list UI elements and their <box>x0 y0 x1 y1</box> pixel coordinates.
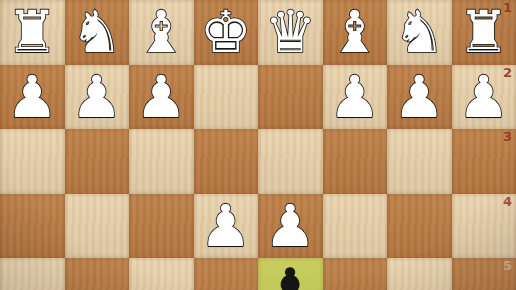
board-grid: ♜♞♝♚♛♝♞♜1♟♟♟♟♟♟23♟♟4♟5 <box>0 0 516 290</box>
piece-white-pawn[interactable]: ♟ <box>129 65 194 130</box>
square-f3[interactable] <box>129 129 194 194</box>
square-d3[interactable] <box>258 129 323 194</box>
square-g2[interactable]: ♟ <box>65 65 130 130</box>
piece-white-pawn[interactable]: ♟ <box>194 194 259 259</box>
square-d1[interactable]: ♛ <box>258 0 323 65</box>
square-h4[interactable] <box>0 194 65 259</box>
square-b2[interactable]: ♟ <box>387 65 452 130</box>
square-b4[interactable] <box>387 194 452 259</box>
square-g3[interactable] <box>65 129 130 194</box>
square-g4[interactable] <box>65 194 130 259</box>
square-c2[interactable]: ♟ <box>323 65 388 130</box>
square-d2[interactable] <box>258 65 323 130</box>
piece-white-queen[interactable]: ♛ <box>258 0 323 65</box>
piece-white-bishop[interactable]: ♝ <box>129 0 194 65</box>
square-c5[interactable] <box>323 258 388 290</box>
square-b5[interactable] <box>387 258 452 290</box>
chessboard: ♜♞♝♚♛♝♞♜1♟♟♟♟♟♟23♟♟4♟5 <box>0 0 516 290</box>
piece-white-pawn[interactable]: ♟ <box>65 65 130 130</box>
piece-white-rook[interactable]: ♜ <box>0 0 65 65</box>
square-e5[interactable] <box>194 258 259 290</box>
piece-black-pawn[interactable]: ♟ <box>258 258 323 290</box>
square-a1[interactable]: ♜1 <box>452 0 516 65</box>
rank-label-1: 1 <box>503 1 512 14</box>
square-f5[interactable] <box>129 258 194 290</box>
square-d4[interactable]: ♟ <box>258 194 323 259</box>
piece-white-pawn[interactable]: ♟ <box>387 65 452 130</box>
square-e1[interactable]: ♚ <box>194 0 259 65</box>
square-c4[interactable] <box>323 194 388 259</box>
square-c3[interactable] <box>323 129 388 194</box>
square-c1[interactable]: ♝ <box>323 0 388 65</box>
square-g1[interactable]: ♞ <box>65 0 130 65</box>
piece-white-pawn[interactable]: ♟ <box>258 194 323 259</box>
rank-label-3: 3 <box>503 130 512 143</box>
square-a2[interactable]: ♟2 <box>452 65 516 130</box>
rank-label-2: 2 <box>503 66 512 79</box>
square-h2[interactable]: ♟ <box>0 65 65 130</box>
piece-white-pawn[interactable]: ♟ <box>323 65 388 130</box>
square-f4[interactable] <box>129 194 194 259</box>
square-b3[interactable] <box>387 129 452 194</box>
piece-white-king[interactable]: ♚ <box>194 0 259 65</box>
piece-white-pawn[interactable]: ♟ <box>0 65 65 130</box>
square-d5[interactable]: ♟ <box>258 258 323 290</box>
square-h3[interactable] <box>0 129 65 194</box>
square-a3[interactable]: 3 <box>452 129 516 194</box>
square-e2[interactable] <box>194 65 259 130</box>
piece-white-knight[interactable]: ♞ <box>387 0 452 65</box>
square-b1[interactable]: ♞ <box>387 0 452 65</box>
square-f2[interactable]: ♟ <box>129 65 194 130</box>
square-h1[interactable]: ♜ <box>0 0 65 65</box>
rank-label-4: 4 <box>503 195 512 208</box>
rank-label-5: 5 <box>503 259 512 272</box>
square-h5[interactable] <box>0 258 65 290</box>
square-e3[interactable] <box>194 129 259 194</box>
square-e4[interactable]: ♟ <box>194 194 259 259</box>
square-a5[interactable]: 5 <box>452 258 516 290</box>
square-a4[interactable]: 4 <box>452 194 516 259</box>
square-g5[interactable] <box>65 258 130 290</box>
piece-white-bishop[interactable]: ♝ <box>323 0 388 65</box>
piece-white-knight[interactable]: ♞ <box>65 0 130 65</box>
square-f1[interactable]: ♝ <box>129 0 194 65</box>
